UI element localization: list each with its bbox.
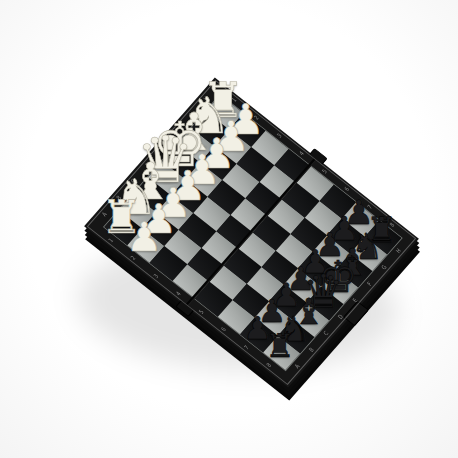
product-photo: ABCDEFGH ABCDEFGH 12345678 12345678 ♜♞♟♝… [0,0,458,458]
